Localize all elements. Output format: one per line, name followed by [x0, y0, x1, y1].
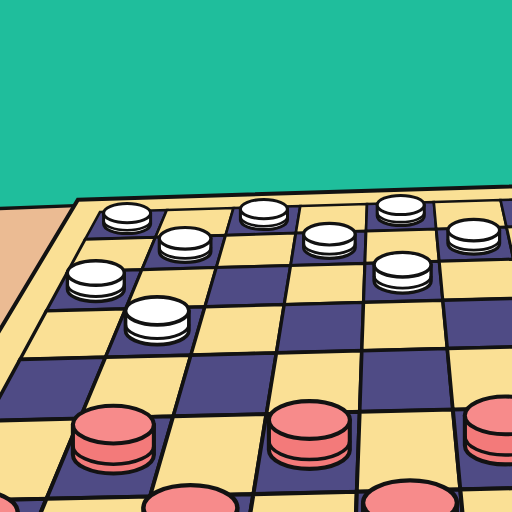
red-piece-r6c4[interactable]: [363, 480, 457, 512]
square-r3c3[interactable]: [276, 302, 363, 353]
piece-top-face: [363, 480, 457, 512]
piece-top-face: [304, 223, 356, 245]
checkers-scene: [0, 0, 512, 512]
piece-top-face: [240, 200, 287, 219]
square-r1c2: [216, 233, 295, 267]
square-r2c2[interactable]: [205, 266, 291, 307]
piece-top-face: [269, 401, 350, 439]
square-r6c3: [236, 492, 357, 512]
square-r2c3: [284, 263, 365, 304]
white-piece-r2c4[interactable]: [374, 252, 431, 293]
white-piece-r0c0[interactable]: [104, 204, 151, 234]
white-piece-r0c2[interactable]: [240, 200, 287, 230]
square-r2c5: [439, 259, 512, 300]
square-r3c2: [191, 305, 284, 356]
square-r3c4: [362, 300, 448, 350]
piece-top-face: [67, 261, 124, 286]
piece-top-face: [104, 204, 151, 223]
piece-top-face: [73, 406, 154, 444]
square-r3c5[interactable]: [443, 298, 512, 348]
white-piece-r1c3[interactable]: [304, 223, 356, 258]
white-piece-r1c1[interactable]: [159, 228, 211, 263]
white-piece-r2c0[interactable]: [67, 261, 124, 302]
piece-top-face: [159, 228, 211, 250]
board-illustration: [0, 0, 512, 512]
piece-top-face: [374, 252, 431, 277]
red-piece-r5c5[interactable]: [465, 397, 512, 465]
piece-top-face: [126, 297, 189, 325]
square-r6c5: [460, 487, 512, 512]
white-piece-r1c5[interactable]: [448, 219, 500, 254]
white-piece-r0c4[interactable]: [377, 195, 424, 225]
red-piece-r5c1[interactable]: [73, 406, 154, 474]
piece-top-face: [377, 195, 424, 214]
piece-top-face: [448, 219, 500, 241]
white-piece-r3c1[interactable]: [126, 297, 189, 345]
square-r4c2[interactable]: [173, 353, 276, 416]
square-r4c4[interactable]: [360, 349, 453, 412]
red-piece-r5c3[interactable]: [269, 401, 350, 469]
